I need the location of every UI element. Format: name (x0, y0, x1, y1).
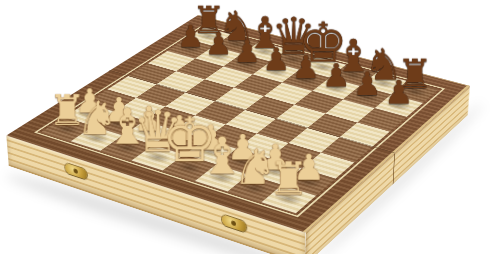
pawn-glyph: ♟ (365, 76, 433, 109)
fold-seam-side (393, 153, 395, 185)
square-h7[interactable]: ♟ (374, 94, 422, 117)
chess-board: ♜♞♝♛♚♝♞♜♟♟♟♟♟♟♟♟♟♟♟♟♟♟♟♟♜♞♝♛♚♝♞♜ (6, 15, 470, 233)
scene: ♜♞♝♛♚♝♞♜♟♟♟♟♟♟♟♟♟♟♟♟♟♟♟♟♜♞♝♛♚♝♞♜ (0, 0, 500, 254)
chess-set-photo: ♜♞♝♛♚♝♞♜♟♟♟♟♟♟♟♟♟♟♟♟♟♟♟♟♜♞♝♛♚♝♞♜ (0, 0, 500, 254)
rook-glyph: ♜ (251, 157, 326, 202)
brass-clasp-icon (65, 162, 87, 179)
brass-clasp-icon (222, 214, 246, 233)
square-h1[interactable]: ♜ (261, 185, 316, 213)
square-h6[interactable] (357, 108, 406, 132)
